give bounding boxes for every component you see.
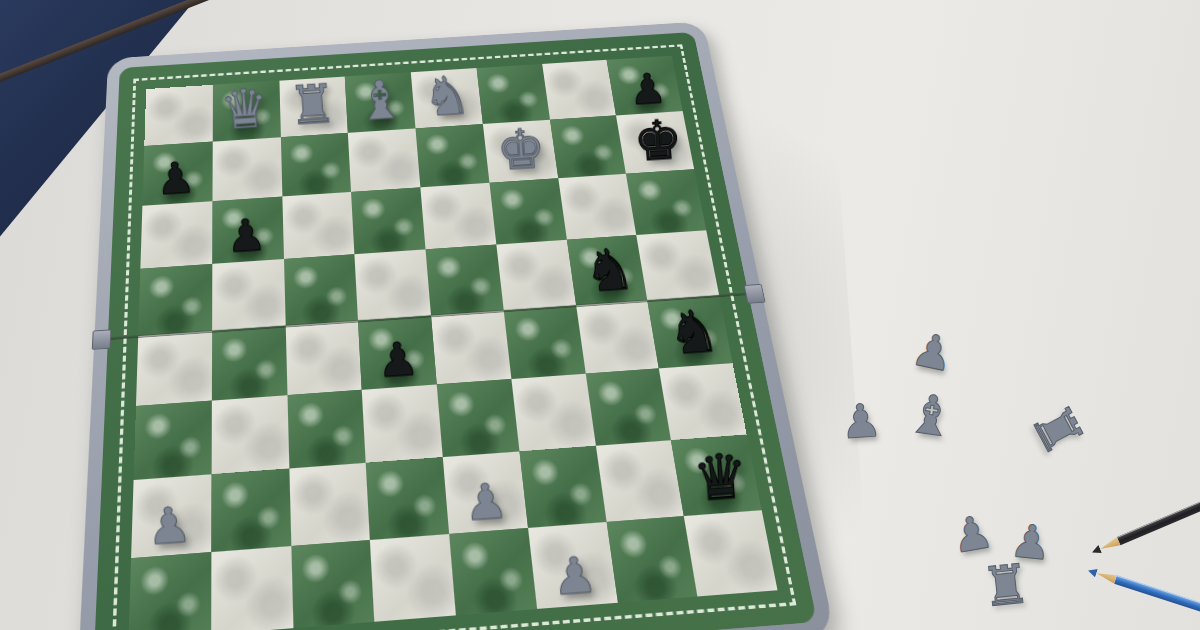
blue-pencil-shaft: [1114, 575, 1200, 619]
gray-pawn[interactable]: ♟: [146, 499, 194, 552]
square-c2[interactable]: [289, 463, 370, 546]
black-pawn[interactable]: ♟: [628, 67, 668, 111]
square-c1[interactable]: [291, 540, 375, 628]
square-c4[interactable]: [285, 320, 362, 395]
square-g4[interactable]: [576, 300, 659, 373]
black-pawn[interactable]: ♟: [155, 156, 197, 202]
captured-gray-bishop[interactable]: ♝: [903, 386, 958, 446]
square-h3[interactable]: [659, 363, 747, 440]
blue-pencil-wood: [1095, 569, 1117, 584]
square-e8[interactable]: ♞: [411, 68, 483, 128]
square-d3[interactable]: [362, 384, 443, 462]
square-h5[interactable]: [637, 231, 720, 300]
square-a3[interactable]: [134, 400, 212, 479]
square-e2[interactable]: ♟: [443, 451, 528, 534]
square-c7[interactable]: [280, 133, 351, 197]
square-h6[interactable]: [626, 169, 706, 235]
square-e3[interactable]: [437, 379, 520, 457]
board-scene: ♛♜♝♞♟♟♚♚♟♞♟♞♟♟♛♟: [77, 21, 836, 630]
square-d4[interactable]: ♟: [358, 315, 436, 389]
blue-pencil-graphite: [1087, 566, 1098, 577]
square-c3[interactable]: [287, 389, 366, 468]
square-d2[interactable]: [366, 457, 449, 540]
black-pawn[interactable]: ♟: [375, 335, 420, 384]
square-b4[interactable]: [212, 325, 287, 400]
black-queen[interactable]: ♛: [690, 445, 749, 511]
square-h1[interactable]: [684, 510, 777, 596]
gray-king[interactable]: ♚: [495, 121, 547, 179]
square-d8[interactable]: ♝: [345, 72, 415, 133]
square-f8[interactable]: [476, 64, 549, 124]
captured-gray-pawn[interactable]: ♟: [839, 397, 883, 446]
square-f1[interactable]: ♟: [528, 522, 618, 609]
square-h4[interactable]: ♞: [647, 295, 732, 368]
blue-pencil: [1087, 566, 1200, 619]
black-king[interactable]: ♚: [632, 112, 684, 169]
square-f4[interactable]: [503, 305, 585, 379]
square-f3[interactable]: [511, 373, 595, 451]
black-pencil: [1090, 494, 1200, 557]
black-pencil-graphite: [1090, 545, 1102, 557]
square-f5[interactable]: [496, 240, 575, 310]
gray-knight[interactable]: ♞: [421, 68, 472, 124]
captured-gray-pawn[interactable]: ♟: [948, 508, 997, 560]
gray-pawn[interactable]: ♟: [551, 549, 599, 603]
gray-queen[interactable]: ♛: [219, 81, 271, 138]
square-c5[interactable]: [284, 255, 359, 326]
square-g3[interactable]: [585, 368, 671, 446]
gray-pawn[interactable]: ♟: [463, 476, 510, 528]
gray-rook[interactable]: ♜: [287, 77, 339, 133]
captured-gray-pawn[interactable]: ♟: [908, 325, 958, 379]
square-g8[interactable]: [542, 60, 617, 120]
gray-bishop[interactable]: ♝: [354, 73, 405, 129]
black-knight[interactable]: ♞: [582, 240, 637, 301]
black-pencil-wood: [1099, 537, 1121, 553]
captured-gray-rook[interactable]: ♜: [979, 557, 1033, 616]
square-d7[interactable]: [348, 129, 420, 193]
square-f2[interactable]: [519, 446, 606, 528]
square-a4[interactable]: [136, 330, 212, 405]
square-b6[interactable]: ♟: [212, 197, 283, 264]
square-a5[interactable]: [138, 264, 212, 335]
square-d1[interactable]: [370, 534, 456, 622]
square-h7[interactable]: ♚: [616, 111, 694, 174]
chess-board-frame: ♛♜♝♞♟♟♚♚♟♞♟♞♟♟♛♟: [77, 21, 836, 630]
square-b3[interactable]: [211, 395, 288, 474]
square-a2[interactable]: ♟: [131, 474, 211, 558]
square-c6[interactable]: [282, 192, 355, 259]
square-h2[interactable]: ♛: [671, 434, 761, 516]
square-e4[interactable]: [431, 310, 511, 384]
black-knight[interactable]: ♞: [665, 301, 721, 363]
square-b2[interactable]: [211, 468, 291, 552]
black-pawn[interactable]: ♟: [225, 213, 268, 260]
captured-gray-rook-lying[interactable]: ♜: [1022, 396, 1092, 464]
square-f6[interactable]: [489, 178, 566, 244]
square-e6[interactable]: [420, 183, 496, 250]
square-d6[interactable]: [351, 188, 425, 255]
square-b8[interactable]: ♛: [212, 81, 280, 142]
black-pencil-shaft: [1117, 494, 1200, 546]
square-a7[interactable]: ♟: [142, 142, 212, 206]
